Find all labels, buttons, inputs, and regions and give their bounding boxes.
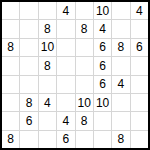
empty-cell-r4c4[interactable] <box>57 57 74 74</box>
clue-cell-r1c8: 4 <box>131 2 148 19</box>
empty-cell-r5c3[interactable] <box>39 76 56 93</box>
empty-cell-r4c2[interactable] <box>20 57 37 74</box>
clue-cell-r6c3: 4 <box>39 94 56 111</box>
empty-cell-r6c8[interactable] <box>131 94 148 111</box>
empty-cell-r3c2[interactable] <box>20 39 37 56</box>
empty-cell-r5c4[interactable] <box>57 76 74 93</box>
empty-cell-r1c1[interactable] <box>2 2 19 19</box>
clue-cell-r5c7: 4 <box>112 76 129 93</box>
empty-cell-r6c1[interactable] <box>2 94 19 111</box>
empty-cell-r4c5[interactable] <box>76 57 93 74</box>
clue-cell-r6c6: 10 <box>94 94 111 111</box>
clue-cell-r7c2: 6 <box>20 112 37 129</box>
empty-cell-r7c8[interactable] <box>131 112 148 129</box>
clue-cell-r2c5: 8 <box>76 20 93 37</box>
clue-cell-r8c7: 8 <box>112 131 129 148</box>
empty-cell-r3c5[interactable] <box>76 39 93 56</box>
empty-cell-r6c4[interactable] <box>57 94 74 111</box>
empty-cell-r7c6[interactable] <box>94 112 111 129</box>
empty-cell-r8c2[interactable] <box>20 131 37 148</box>
empty-cell-r7c3[interactable] <box>39 112 56 129</box>
empty-cell-r4c8[interactable] <box>131 57 148 74</box>
empty-cell-r1c3[interactable] <box>39 2 56 19</box>
empty-cell-r1c2[interactable] <box>20 2 37 19</box>
empty-cell-r3c4[interactable] <box>57 39 74 56</box>
empty-cell-r2c2[interactable] <box>20 20 37 37</box>
clue-cell-r1c6: 10 <box>94 2 111 19</box>
empty-cell-r8c8[interactable] <box>131 131 148 148</box>
empty-cell-r4c7[interactable] <box>112 57 129 74</box>
clue-cell-r4c6: 6 <box>94 57 111 74</box>
puzzle-board: 41048848106868664841010648868 <box>0 0 150 150</box>
empty-cell-r7c1[interactable] <box>2 112 19 129</box>
clue-cell-r2c6: 4 <box>94 20 111 37</box>
empty-cell-r2c1[interactable] <box>2 20 19 37</box>
empty-cell-r1c7[interactable] <box>112 2 129 19</box>
empty-cell-r2c7[interactable] <box>112 20 129 37</box>
empty-cell-r6c7[interactable] <box>112 94 129 111</box>
clue-cell-r3c6: 6 <box>94 39 111 56</box>
clue-cell-r3c3: 10 <box>39 39 56 56</box>
clue-cell-r1c4: 4 <box>57 2 74 19</box>
clue-cell-r7c5: 8 <box>76 112 93 129</box>
clue-cell-r7c4: 4 <box>57 112 74 129</box>
empty-cell-r4c1[interactable] <box>2 57 19 74</box>
empty-cell-r5c2[interactable] <box>20 76 37 93</box>
empty-cell-r2c8[interactable] <box>131 20 148 37</box>
clue-cell-r6c2: 8 <box>20 94 37 111</box>
empty-cell-r8c6[interactable] <box>94 131 111 148</box>
clue-cell-r8c1: 8 <box>2 131 19 148</box>
clue-cell-r2c3: 8 <box>39 20 56 37</box>
clue-cell-r5c6: 6 <box>94 76 111 93</box>
empty-cell-r8c5[interactable] <box>76 131 93 148</box>
empty-cell-r8c3[interactable] <box>39 131 56 148</box>
empty-cell-r5c8[interactable] <box>131 76 148 93</box>
empty-cell-r2c4[interactable] <box>57 20 74 37</box>
empty-cell-r1c5[interactable] <box>76 2 93 19</box>
clue-cell-r3c8: 6 <box>131 39 148 56</box>
clue-cell-r6c5: 10 <box>76 94 93 111</box>
clue-cell-r3c1: 8 <box>2 39 19 56</box>
clue-cell-r3c7: 8 <box>112 39 129 56</box>
empty-cell-r7c7[interactable] <box>112 112 129 129</box>
empty-cell-r5c5[interactable] <box>76 76 93 93</box>
clue-cell-r8c4: 6 <box>57 131 74 148</box>
clue-cell-r4c3: 8 <box>39 57 56 74</box>
empty-cell-r5c1[interactable] <box>2 76 19 93</box>
